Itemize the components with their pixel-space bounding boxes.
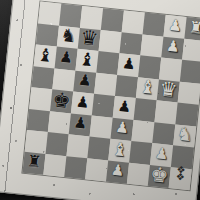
square-b7[interactable]: ♞ xyxy=(57,25,80,49)
square-h7[interactable] xyxy=(43,153,66,177)
white-pawn-h4[interactable]: ♟ xyxy=(110,163,125,179)
square-b3[interactable] xyxy=(140,34,163,58)
white-pawn-f4[interactable]: ♟ xyxy=(115,120,130,136)
square-h6[interactable] xyxy=(64,156,87,180)
black-knight-b7[interactable]: ♞ xyxy=(60,26,78,46)
square-h2[interactable]: ♚ xyxy=(148,164,171,188)
square-g5[interactable] xyxy=(87,136,110,160)
square-d5[interactable] xyxy=(94,72,117,96)
white-bishop-g4[interactable]: ♝ xyxy=(111,140,129,160)
white-pawn-a2[interactable]: ♟ xyxy=(168,18,183,34)
square-c4[interactable]: ♟ xyxy=(117,53,140,77)
white-king-h2[interactable]: ♚ xyxy=(149,164,169,186)
black-pawn-f6[interactable]: ♟ xyxy=(73,116,88,132)
black-pawn-d6[interactable]: ♟ xyxy=(77,73,92,89)
square-e6[interactable]: ♟ xyxy=(71,92,94,116)
square-f2[interactable] xyxy=(152,122,175,146)
square-a5[interactable] xyxy=(101,8,124,32)
black-bishop-c6[interactable]: ♝ xyxy=(78,50,96,70)
square-a4[interactable] xyxy=(122,10,145,34)
square-b5[interactable] xyxy=(99,30,122,54)
square-e8[interactable] xyxy=(29,87,52,111)
square-h1[interactable] xyxy=(169,167,192,191)
square-d6[interactable]: ♟ xyxy=(73,70,96,94)
square-g4[interactable]: ♝ xyxy=(108,139,131,163)
square-h8[interactable]: ♜ xyxy=(22,151,45,175)
square-e2[interactable] xyxy=(155,100,178,124)
square-c8[interactable]: ♝ xyxy=(34,44,57,68)
board-grid: ♟♜♞♛♟♝♟♝♟♟♝♛♚♟♟♟♟♞♝♟♜♟♚ xyxy=(21,1,200,192)
square-a8[interactable] xyxy=(38,2,61,26)
square-a2[interactable]: ♟ xyxy=(163,15,186,39)
square-g7[interactable] xyxy=(46,132,69,156)
square-d1[interactable] xyxy=(178,81,200,105)
square-f6[interactable]: ♟ xyxy=(69,113,92,137)
square-h5[interactable] xyxy=(85,158,108,182)
white-pawn-g2[interactable]: ♟ xyxy=(154,146,169,162)
square-a3[interactable] xyxy=(143,13,166,37)
square-e4[interactable]: ♟ xyxy=(113,96,136,120)
square-h3[interactable] xyxy=(127,162,150,186)
black-pawn-c7[interactable]: ♟ xyxy=(59,49,74,65)
square-f5[interactable] xyxy=(90,115,113,139)
black-rook-h8[interactable]: ♜ xyxy=(26,153,42,170)
square-f7[interactable] xyxy=(48,111,71,135)
square-b1[interactable] xyxy=(182,38,200,62)
square-c7[interactable]: ♟ xyxy=(55,47,78,71)
black-queen-b6[interactable]: ♛ xyxy=(79,27,99,49)
square-c6[interactable]: ♝ xyxy=(75,49,98,73)
square-g6[interactable] xyxy=(66,134,89,158)
square-d4[interactable] xyxy=(115,75,138,99)
square-e7[interactable]: ♚ xyxy=(50,89,73,113)
square-f3[interactable] xyxy=(131,120,154,144)
square-b4[interactable] xyxy=(119,32,142,56)
square-e5[interactable] xyxy=(92,94,115,118)
square-g1[interactable] xyxy=(171,145,194,169)
white-rook-a1[interactable]: ♜ xyxy=(188,19,200,36)
square-f1[interactable]: ♞ xyxy=(173,124,196,148)
square-d2[interactable]: ♛ xyxy=(157,79,180,103)
white-knight-f1[interactable]: ♞ xyxy=(176,125,194,145)
square-d3[interactable]: ♝ xyxy=(136,77,159,101)
square-g8[interactable] xyxy=(25,130,48,154)
square-e3[interactable] xyxy=(134,98,157,122)
square-c1[interactable] xyxy=(180,60,200,84)
white-bishop-d3[interactable]: ♝ xyxy=(139,78,157,98)
white-queen-d2[interactable]: ♛ xyxy=(158,79,178,101)
black-pawn-e6[interactable]: ♟ xyxy=(75,94,90,110)
square-g3[interactable] xyxy=(129,141,152,165)
black-pawn-e4[interactable]: ♟ xyxy=(117,99,132,115)
square-f8[interactable] xyxy=(27,109,50,133)
black-bishop-c8[interactable]: ♝ xyxy=(36,45,54,65)
square-c5[interactable] xyxy=(96,51,119,75)
square-a1[interactable]: ♜ xyxy=(184,17,200,41)
black-pawn-c4[interactable]: ♟ xyxy=(121,56,136,72)
white-pawn-b2[interactable]: ♟ xyxy=(165,39,180,55)
square-h4[interactable]: ♟ xyxy=(106,160,129,184)
square-d8[interactable] xyxy=(31,66,54,90)
square-b2[interactable]: ♟ xyxy=(161,36,184,60)
chess-photo: ♟♜♞♛♟♝♟♝♟♟♝♛♚♟♟♟♟♞♝♟♜♟♚ ❖ ❖ xyxy=(0,0,200,200)
black-king-e7[interactable]: ♚ xyxy=(52,89,72,111)
chessboard: ♟♜♞♛♟♝♟♝♟♟♝♛♚♟♟♟♟♞♝♟♜♟♚ ❖ ❖ xyxy=(0,0,200,200)
